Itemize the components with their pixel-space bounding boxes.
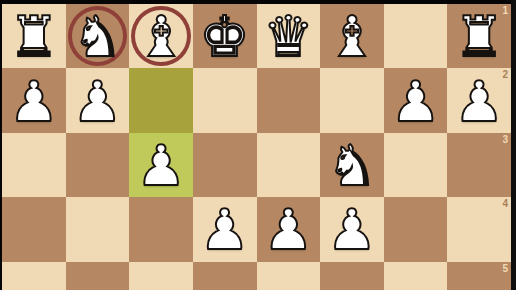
letterbox-top xyxy=(0,0,516,4)
rank-coordinate-4: 4 xyxy=(502,198,508,209)
square-g2[interactable]: ♟ xyxy=(66,68,130,132)
square-e5[interactable] xyxy=(193,262,257,290)
square-b5[interactable] xyxy=(384,262,448,290)
square-c4[interactable]: ♟ xyxy=(320,197,384,261)
square-h1[interactable]: ♜ xyxy=(2,4,66,68)
rank-coordinate-2: 2 xyxy=(502,69,508,80)
white-rook: ♜ xyxy=(9,9,59,65)
square-f4[interactable] xyxy=(129,197,193,261)
white-knight: ♞ xyxy=(72,9,122,65)
square-h3[interactable] xyxy=(2,133,66,197)
square-e1[interactable]: ♚ xyxy=(193,4,257,68)
square-e4[interactable]: ♟ xyxy=(193,197,257,261)
square-d5[interactable] xyxy=(257,262,321,290)
square-f1[interactable]: ♝ xyxy=(129,4,193,68)
square-a4[interactable]: 4 xyxy=(447,197,511,261)
square-g5[interactable] xyxy=(66,262,130,290)
square-f3-lastmove-to[interactable]: ♟ xyxy=(129,133,193,197)
square-a1[interactable]: ♜1 xyxy=(447,4,511,68)
white-pawn: ♟ xyxy=(454,74,504,130)
square-g3[interactable] xyxy=(66,133,130,197)
square-g1[interactable]: ♞ xyxy=(66,4,130,68)
square-d4[interactable]: ♟ xyxy=(257,197,321,261)
square-e2[interactable] xyxy=(193,68,257,132)
square-a2[interactable]: ♟2 xyxy=(447,68,511,132)
chess-board: ♜ ♞ ♝ ♚ ♛ ♝ ♜1 ♟ ♟ ♟ ♟2 ♟ ♞ 3 ♟ ♟ ♟ 4 xyxy=(2,4,511,290)
white-pawn: ♟ xyxy=(9,74,59,130)
square-d3[interactable] xyxy=(257,133,321,197)
square-c5[interactable] xyxy=(320,262,384,290)
square-b1[interactable] xyxy=(384,4,448,68)
white-pawn: ♟ xyxy=(263,202,313,258)
square-g4[interactable] xyxy=(66,197,130,261)
square-c3[interactable]: ♞ xyxy=(320,133,384,197)
white-pawn: ♟ xyxy=(136,138,186,194)
square-c2[interactable] xyxy=(320,68,384,132)
square-b3[interactable] xyxy=(384,133,448,197)
white-bishop: ♝ xyxy=(327,9,377,65)
screenshot-stage: ♜ ♞ ♝ ♚ ♛ ♝ ♜1 ♟ ♟ ♟ ♟2 ♟ ♞ 3 ♟ ♟ ♟ 4 xyxy=(0,0,516,290)
square-h5[interactable] xyxy=(2,262,66,290)
square-f5[interactable] xyxy=(129,262,193,290)
rank-coordinate-3: 3 xyxy=(502,134,508,145)
rank-coordinate-5: 5 xyxy=(502,263,508,274)
square-c1[interactable]: ♝ xyxy=(320,4,384,68)
square-b2[interactable]: ♟ xyxy=(384,68,448,132)
square-b4[interactable] xyxy=(384,197,448,261)
white-king: ♚ xyxy=(200,9,250,65)
square-e3[interactable] xyxy=(193,133,257,197)
white-bishop: ♝ xyxy=(136,9,186,65)
square-d2[interactable] xyxy=(257,68,321,132)
white-pawn: ♟ xyxy=(327,202,377,258)
letterbox-right xyxy=(511,0,516,290)
white-pawn: ♟ xyxy=(390,74,440,130)
white-queen: ♛ xyxy=(263,9,313,65)
square-h2[interactable]: ♟ xyxy=(2,68,66,132)
white-pawn: ♟ xyxy=(72,74,122,130)
rank-coordinate-1: 1 xyxy=(502,5,508,16)
square-a3[interactable]: 3 xyxy=(447,133,511,197)
white-knight: ♞ xyxy=(327,138,377,194)
square-d1[interactable]: ♛ xyxy=(257,4,321,68)
square-a5[interactable]: 5 xyxy=(447,262,511,290)
white-rook: ♜ xyxy=(454,9,504,65)
white-pawn: ♟ xyxy=(200,202,250,258)
square-h4[interactable] xyxy=(2,197,66,261)
square-f2-lastmove-from[interactable] xyxy=(129,68,193,132)
